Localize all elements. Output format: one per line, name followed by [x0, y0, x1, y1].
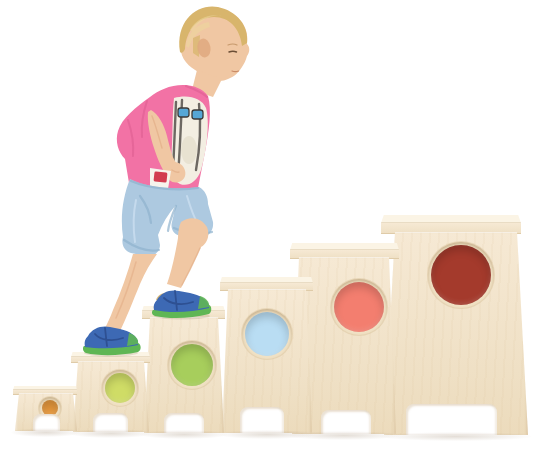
- boy-left-leg: [105, 254, 157, 331]
- boy-climbing: [58, 0, 262, 365]
- right-sandal: [152, 290, 211, 318]
- red-tag: [154, 171, 168, 182]
- left-sandal: [83, 326, 141, 355]
- photo-canvas: [0, 0, 550, 451]
- boy-mouth: [232, 71, 239, 72]
- boy-eye: [229, 51, 237, 52]
- sunglasses-left-lens: [178, 108, 189, 117]
- sunglasses-right-lens: [192, 110, 203, 119]
- gorilla-muzzle: [181, 136, 197, 164]
- stool-1-floor-shadow: [11, 428, 81, 437]
